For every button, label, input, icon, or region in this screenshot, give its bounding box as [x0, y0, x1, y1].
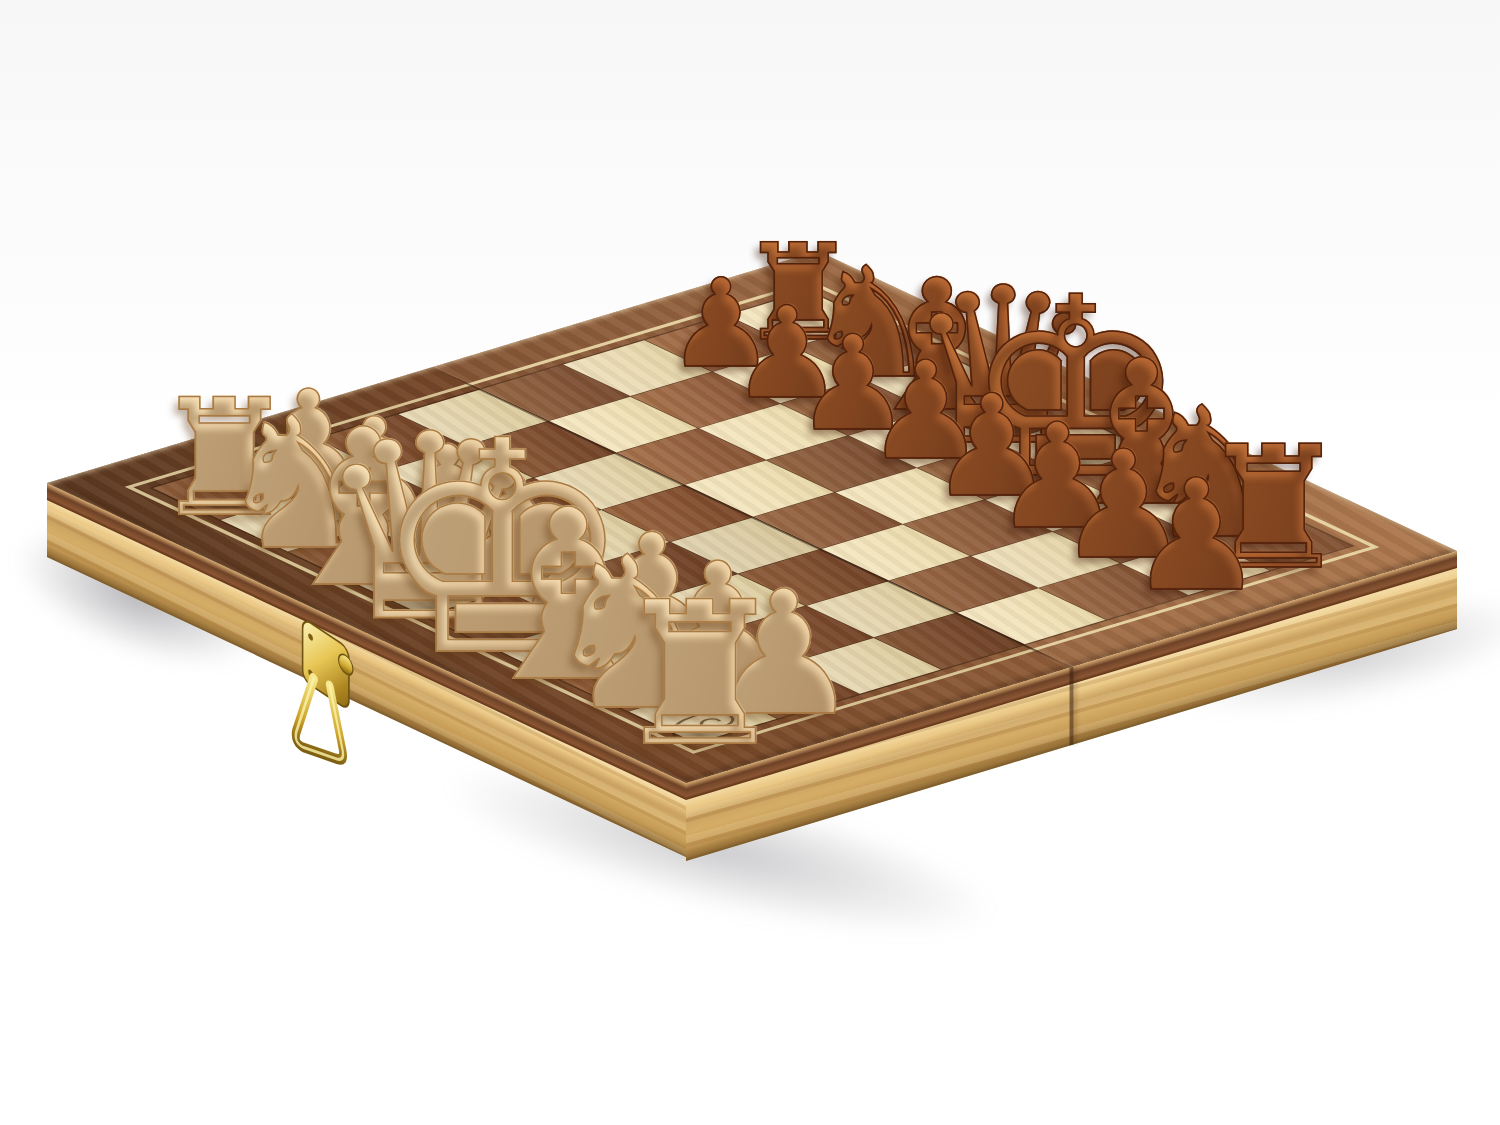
- black-knight-glyph: ♞: [803, 247, 940, 400]
- black-pawn-glyph: ♟: [1057, 431, 1191, 580]
- piece-white-rook-h1: ♜: [611, 576, 788, 774]
- black-pawn-glyph: ♟: [666, 262, 776, 384]
- piece-black-rook-h8: ♜: [1197, 424, 1349, 594]
- black-knight-glyph: ♞: [1126, 384, 1288, 565]
- black-pawn-glyph: ♟: [993, 404, 1123, 549]
- piece-white-pawn-h2: ♟: [707, 568, 861, 739]
- piece-black-pawn-c7: ♟: [794, 317, 912, 448]
- piece-white-pawn-d2: ♟: [445, 454, 582, 607]
- piece-black-bishop-f8: ♝: [1052, 333, 1231, 533]
- black-pawn-glyph: ♟: [1127, 459, 1265, 613]
- black-bishop-glyph: ♝: [1052, 333, 1231, 533]
- piece-black-pawn-h7: ♟: [1127, 459, 1265, 613]
- white-pawn-glyph: ♟: [508, 486, 650, 644]
- black-rook-glyph: ♜: [738, 226, 858, 359]
- black-bishop-glyph: ♝: [856, 255, 1019, 436]
- piece-black-pawn-d7: ♟: [865, 345, 986, 481]
- piece-white-knight-g1: ♞: [540, 530, 729, 741]
- piece-black-knight-b8: ♞: [803, 247, 940, 400]
- white-pawn-glyph: ♟: [643, 541, 793, 708]
- piece-white-pawn-a2: ♟: [246, 372, 371, 512]
- piece-black-pawn-e7: ♟: [929, 377, 1055, 518]
- piece-white-knight-b1: ♞: [216, 392, 380, 574]
- piece-white-queen-d1: ♛: [314, 401, 544, 658]
- piece-white-pawn-c2: ♟: [381, 427, 514, 576]
- white-pawn-glyph: ♟: [707, 568, 861, 739]
- white-pawn-glyph: ♟: [310, 399, 439, 543]
- white-bishop-glyph: ♝: [463, 480, 674, 715]
- chess-set-photo: ♜♞♝♛♚♝♞♜♟♟♟♟♟♟♟♟♟♟♟♟♟♟♟♟♜♞♝♛♚♝♞♜: [0, 0, 1500, 1125]
- black-pawn-glyph: ♟: [730, 290, 844, 417]
- piece-black-pawn-b7: ♟: [730, 290, 844, 417]
- piece-white-pawn-f2: ♟: [579, 514, 725, 677]
- black-king-glyph: ♚: [964, 265, 1187, 514]
- piece-black-rook-a8: ♜: [738, 226, 858, 359]
- piece-black-pawn-g7: ♟: [1057, 431, 1191, 580]
- white-pawn-glyph: ♟: [579, 514, 725, 677]
- piece-black-knight-g8: ♞: [1126, 384, 1288, 565]
- piece-black-pawn-f7: ♟: [993, 404, 1123, 549]
- piece-black-pawn-a7: ♟: [666, 262, 776, 384]
- black-pawn-glyph: ♟: [865, 345, 986, 481]
- white-bishop-glyph: ♝: [266, 402, 460, 619]
- pieces-layer: ♜♞♝♛♚♝♞♜♟♟♟♟♟♟♟♟♟♟♟♟♟♟♟♟♜♞♝♛♚♝♞♜: [0, 0, 1500, 1125]
- black-pawn-glyph: ♟: [929, 377, 1055, 518]
- white-king-glyph: ♚: [371, 403, 634, 697]
- black-pawn-glyph: ♟: [794, 317, 912, 448]
- white-rook-glyph: ♜: [611, 576, 788, 774]
- piece-white-pawn-g2: ♟: [643, 541, 793, 708]
- white-knight-glyph: ♞: [216, 392, 380, 574]
- white-pawn-glyph: ♟: [445, 454, 582, 607]
- white-queen-glyph: ♛: [314, 401, 544, 658]
- piece-white-king-e1: ♚: [371, 403, 634, 697]
- white-pawn-glyph: ♟: [381, 427, 514, 576]
- piece-white-pawn-b2: ♟: [310, 399, 439, 543]
- piece-black-bishop-c8: ♝: [856, 255, 1019, 436]
- white-pawn-glyph: ♟: [246, 372, 371, 512]
- black-rook-glyph: ♜: [1197, 424, 1349, 594]
- piece-white-bishop-c1: ♝: [266, 402, 460, 619]
- white-knight-glyph: ♞: [540, 530, 729, 741]
- piece-white-rook-a1: ♜: [152, 378, 297, 539]
- piece-white-bishop-f1: ♝: [463, 480, 674, 715]
- black-queen-glyph: ♛: [906, 259, 1100, 475]
- piece-black-king-e8: ♚: [964, 265, 1187, 514]
- white-rook-glyph: ♜: [152, 378, 297, 539]
- piece-white-pawn-e2: ♟: [508, 486, 650, 644]
- piece-black-queen-d8: ♛: [906, 259, 1100, 475]
